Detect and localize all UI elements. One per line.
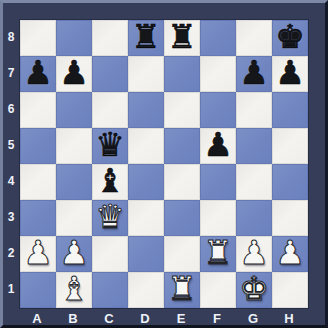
piece-black-king-h8[interactable]: ♚ <box>275 19 305 55</box>
square-a2[interactable]: ♟ <box>20 236 56 272</box>
piece-black-pawn-h7[interactable]: ♟ <box>275 55 305 91</box>
piece-white-rook-e1[interactable]: ♜ <box>167 271 197 307</box>
square-a1[interactable] <box>20 272 56 308</box>
square-g5[interactable] <box>236 128 272 164</box>
square-a4[interactable] <box>20 164 56 200</box>
square-c6[interactable] <box>92 92 128 128</box>
piece-white-bishop-b1[interactable]: ♝ <box>59 271 89 307</box>
piece-black-pawn-a7[interactable]: ♟ <box>23 55 53 91</box>
square-a6[interactable] <box>20 92 56 128</box>
square-d7[interactable] <box>128 56 164 92</box>
square-c3[interactable]: ♛ <box>92 200 128 236</box>
square-c5[interactable]: ♛ <box>92 128 128 164</box>
piece-white-king-g1[interactable]: ♚ <box>239 271 269 307</box>
file-label-f: F <box>199 309 235 328</box>
square-c1[interactable] <box>92 272 128 308</box>
square-b2[interactable]: ♟ <box>56 236 92 272</box>
square-a5[interactable] <box>20 128 56 164</box>
square-a8[interactable] <box>20 20 56 56</box>
square-h4[interactable] <box>272 164 308 200</box>
square-e2[interactable] <box>164 236 200 272</box>
piece-black-pawn-f5[interactable]: ♟ <box>203 127 233 163</box>
square-c7[interactable] <box>92 56 128 92</box>
square-c4[interactable]: ♝ <box>92 164 128 200</box>
file-label-b: B <box>55 309 91 328</box>
square-g8[interactable] <box>236 20 272 56</box>
piece-white-queen-c3[interactable]: ♛ <box>95 199 125 235</box>
square-f7[interactable] <box>200 56 236 92</box>
square-a3[interactable] <box>20 200 56 236</box>
square-h8[interactable]: ♚ <box>272 20 308 56</box>
square-g6[interactable] <box>236 92 272 128</box>
piece-black-pawn-g7[interactable]: ♟ <box>239 55 269 91</box>
file-label-h: H <box>271 309 307 328</box>
square-h2[interactable]: ♟ <box>272 236 308 272</box>
square-d1[interactable] <box>128 272 164 308</box>
square-c2[interactable] <box>92 236 128 272</box>
square-g2[interactable]: ♟ <box>236 236 272 272</box>
rank-label-7: 7 <box>3 55 19 91</box>
square-h1[interactable] <box>272 272 308 308</box>
square-d2[interactable] <box>128 236 164 272</box>
piece-white-pawn-h2[interactable]: ♟ <box>275 235 305 271</box>
square-e7[interactable] <box>164 56 200 92</box>
square-g3[interactable] <box>236 200 272 236</box>
square-h3[interactable] <box>272 200 308 236</box>
square-f2[interactable]: ♜ <box>200 236 236 272</box>
chess-board: ♜♜♚♟♟♟♟♛♟♝♛♟♟♜♟♟♝♜♚ <box>19 19 309 309</box>
square-f8[interactable] <box>200 20 236 56</box>
piece-black-pawn-b7[interactable]: ♟ <box>59 55 89 91</box>
square-c8[interactable] <box>92 20 128 56</box>
file-label-g: G <box>235 309 271 328</box>
rank-label-4: 4 <box>3 163 19 199</box>
rank-label-8: 8 <box>3 19 19 55</box>
square-f3[interactable] <box>200 200 236 236</box>
square-a7[interactable]: ♟ <box>20 56 56 92</box>
square-e6[interactable] <box>164 92 200 128</box>
square-f4[interactable] <box>200 164 236 200</box>
square-f1[interactable] <box>200 272 236 308</box>
file-label-a: A <box>19 309 55 328</box>
square-e5[interactable] <box>164 128 200 164</box>
piece-white-pawn-g2[interactable]: ♟ <box>239 235 269 271</box>
file-labels: ABCDEFGH <box>19 309 309 328</box>
square-d6[interactable] <box>128 92 164 128</box>
piece-black-bishop-c4[interactable]: ♝ <box>95 163 125 199</box>
square-e3[interactable] <box>164 200 200 236</box>
square-f6[interactable] <box>200 92 236 128</box>
square-g7[interactable]: ♟ <box>236 56 272 92</box>
square-d5[interactable] <box>128 128 164 164</box>
square-h6[interactable] <box>272 92 308 128</box>
square-b3[interactable] <box>56 200 92 236</box>
piece-white-rook-f2[interactable]: ♜ <box>203 235 233 271</box>
square-d8[interactable]: ♜ <box>128 20 164 56</box>
chess-diagram: 87654321 ♜♜♚♟♟♟♟♛♟♝♛♟♟♜♟♟♝♜♚ ABCDEFGH <box>0 0 328 328</box>
file-label-c: C <box>91 309 127 328</box>
square-d4[interactable] <box>128 164 164 200</box>
square-f5[interactable]: ♟ <box>200 128 236 164</box>
square-g4[interactable] <box>236 164 272 200</box>
square-b4[interactable] <box>56 164 92 200</box>
square-b7[interactable]: ♟ <box>56 56 92 92</box>
square-d3[interactable] <box>128 200 164 236</box>
square-h5[interactable] <box>272 128 308 164</box>
rank-label-1: 1 <box>3 271 19 307</box>
file-label-d: D <box>127 309 163 328</box>
square-h7[interactable]: ♟ <box>272 56 308 92</box>
square-b6[interactable] <box>56 92 92 128</box>
square-b8[interactable] <box>56 20 92 56</box>
square-b1[interactable]: ♝ <box>56 272 92 308</box>
rank-label-2: 2 <box>3 235 19 271</box>
piece-black-rook-d8[interactable]: ♜ <box>131 19 161 55</box>
piece-black-queen-c5[interactable]: ♛ <box>95 127 125 163</box>
square-e4[interactable] <box>164 164 200 200</box>
rank-label-5: 5 <box>3 127 19 163</box>
rank-labels: 87654321 <box>3 19 19 309</box>
rank-label-6: 6 <box>3 91 19 127</box>
piece-white-pawn-a2[interactable]: ♟ <box>23 235 53 271</box>
square-e8[interactable]: ♜ <box>164 20 200 56</box>
piece-white-pawn-b2[interactable]: ♟ <box>59 235 89 271</box>
square-e1[interactable]: ♜ <box>164 272 200 308</box>
square-g1[interactable]: ♚ <box>236 272 272 308</box>
file-label-e: E <box>163 309 199 328</box>
piece-black-rook-e8[interactable]: ♜ <box>167 19 197 55</box>
rank-label-3: 3 <box>3 199 19 235</box>
square-b5[interactable] <box>56 128 92 164</box>
